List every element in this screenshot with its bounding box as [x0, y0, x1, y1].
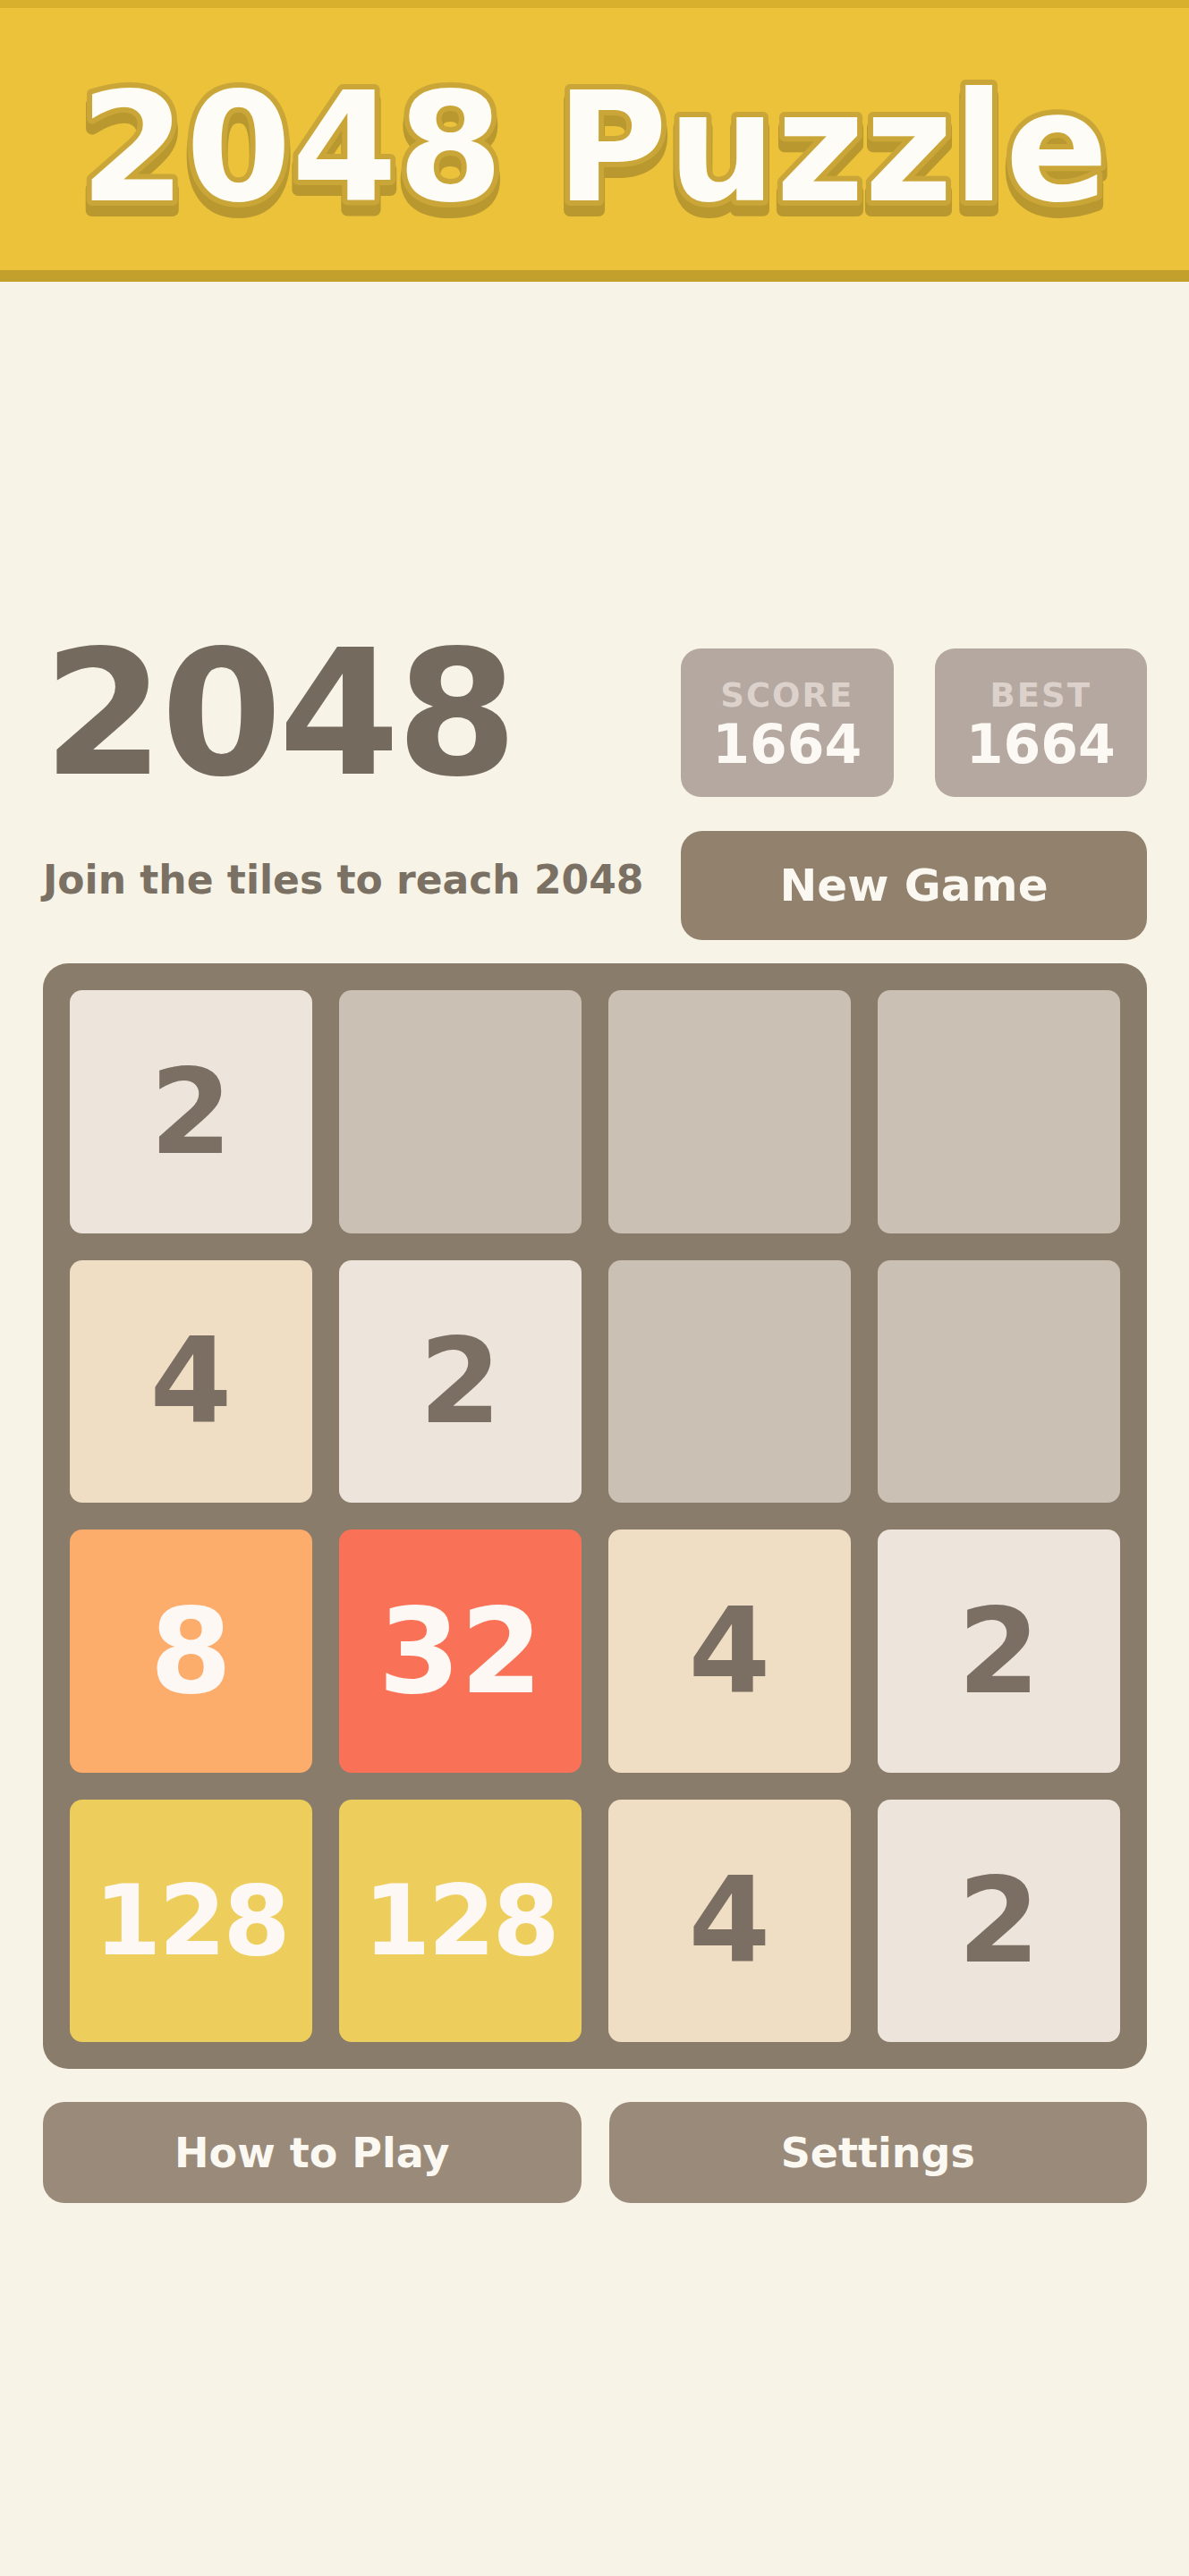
tile-4: 4 [70, 1260, 312, 1504]
tile-128: 128 [339, 1800, 582, 2043]
game-logo: 2048 [43, 626, 514, 801]
tile-2: 2 [878, 1800, 1120, 2043]
score-label: SCORE [720, 676, 854, 715]
tile-2: 2 [878, 1529, 1120, 1773]
tile-4: 4 [608, 1529, 851, 1773]
best-value: 1664 [966, 718, 1116, 770]
app-header: 2048 Puzzle 2048 Puzzle [0, 0, 1189, 282]
app-title-art: 2048 Puzzle 2048 Puzzle [0, 0, 1189, 282]
empty-cell [878, 1260, 1120, 1504]
tile-2: 2 [339, 1260, 582, 1504]
tile-32: 32 [339, 1529, 582, 1773]
footer-row: How to Play Settings [43, 2102, 1147, 2203]
score-box: SCORE 1664 [681, 648, 894, 797]
game-board[interactable]: 2428324212812842 [43, 963, 1147, 2069]
score-value: 1664 [712, 718, 862, 770]
app-screen: 2048 Puzzle 2048 Puzzle 2048 Join the ti… [0, 0, 1189, 2576]
how-to-play-button[interactable]: How to Play [43, 2102, 582, 2203]
tile-4: 4 [608, 1800, 851, 2043]
app-title: 2048 Puzzle [80, 59, 1108, 236]
empty-cell [608, 990, 851, 1233]
tagline: Join the tiles to reach 2048 [43, 857, 643, 902]
best-box: BEST 1664 [935, 648, 1148, 797]
tile-8: 8 [70, 1529, 312, 1773]
new-game-button[interactable]: New Game [681, 831, 1147, 940]
settings-button[interactable]: Settings [609, 2102, 1148, 2203]
best-label: BEST [990, 676, 1091, 715]
empty-cell [878, 990, 1120, 1233]
tile-128: 128 [70, 1800, 312, 2043]
tile-2: 2 [70, 990, 312, 1233]
score-row: SCORE 1664 BEST 1664 [681, 648, 1147, 797]
empty-cell [608, 1260, 851, 1504]
empty-cell [339, 990, 582, 1233]
header-bottom-strip [0, 270, 1189, 282]
